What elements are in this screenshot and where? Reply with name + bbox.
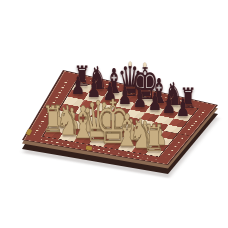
pieces-layer: ♜♞♝♛♚♝♞♜♟♟♟♟♟♟♟♟♟♟♟♟♟♟♟♟♜♞♝♛♚♝♞♜ bbox=[0, 0, 228, 228]
chess-set-photo: ♜♞♝♛♚♝♞♜♟♟♟♟♟♟♟♟♟♟♟♟♟♟♟♟♜♞♝♛♚♝♞♜ bbox=[0, 0, 228, 228]
brass-clasp-icon bbox=[86, 146, 93, 151]
cream-finial-icon bbox=[143, 62, 146, 67]
white-rook-h1[interactable]: ♜ bbox=[143, 120, 165, 157]
black-pawn-h7[interactable]: ♟ bbox=[176, 95, 190, 119]
black-pawn-g7[interactable]: ♟ bbox=[162, 92, 176, 116]
